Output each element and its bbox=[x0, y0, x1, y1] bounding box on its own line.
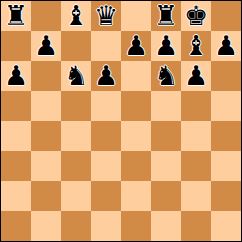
black-rook-a8[interactable]: ♜ bbox=[4, 1, 28, 31]
black-pawn-d6[interactable]: ♟ bbox=[94, 61, 118, 91]
square-c1[interactable] bbox=[61, 211, 91, 241]
black-pawn-e7[interactable]: ♟ bbox=[124, 31, 148, 61]
square-b6[interactable] bbox=[31, 61, 61, 91]
black-knight-f6[interactable]: ♞ bbox=[154, 61, 178, 91]
square-h7[interactable]: ♟ bbox=[211, 31, 241, 61]
square-e8[interactable] bbox=[121, 1, 151, 31]
square-g2[interactable] bbox=[181, 181, 211, 211]
square-b8[interactable] bbox=[31, 1, 61, 31]
square-e5[interactable] bbox=[121, 91, 151, 121]
square-e1[interactable] bbox=[121, 211, 151, 241]
square-g3[interactable] bbox=[181, 151, 211, 181]
square-f5[interactable] bbox=[151, 91, 181, 121]
square-h3[interactable] bbox=[211, 151, 241, 181]
square-c4[interactable] bbox=[61, 121, 91, 151]
square-a3[interactable] bbox=[1, 151, 31, 181]
square-h6[interactable] bbox=[211, 61, 241, 91]
square-g7[interactable]: ♝ bbox=[181, 31, 211, 61]
square-a5[interactable] bbox=[1, 91, 31, 121]
square-a4[interactable] bbox=[1, 121, 31, 151]
square-a8[interactable]: ♜ bbox=[1, 1, 31, 31]
square-g8[interactable]: ♚ bbox=[181, 1, 211, 31]
square-c7[interactable] bbox=[61, 31, 91, 61]
square-f7[interactable]: ♟ bbox=[151, 31, 181, 61]
chess-board-frame: ♜♝♛♜♚♟♟♟♝♟♟♞♟♞♟ bbox=[0, 0, 242, 242]
black-bishop-c8[interactable]: ♝ bbox=[64, 1, 88, 31]
square-h1[interactable] bbox=[211, 211, 241, 241]
square-e2[interactable] bbox=[121, 181, 151, 211]
square-b2[interactable] bbox=[31, 181, 61, 211]
square-d1[interactable] bbox=[91, 211, 121, 241]
square-e3[interactable] bbox=[121, 151, 151, 181]
black-knight-c6[interactable]: ♞ bbox=[64, 61, 88, 91]
square-g5[interactable] bbox=[181, 91, 211, 121]
square-d4[interactable] bbox=[91, 121, 121, 151]
square-a1[interactable] bbox=[1, 211, 31, 241]
square-c2[interactable] bbox=[61, 181, 91, 211]
square-d5[interactable] bbox=[91, 91, 121, 121]
square-b4[interactable] bbox=[31, 121, 61, 151]
square-f1[interactable] bbox=[151, 211, 181, 241]
square-d3[interactable] bbox=[91, 151, 121, 181]
square-c6[interactable]: ♞ bbox=[61, 61, 91, 91]
square-c5[interactable] bbox=[61, 91, 91, 121]
square-b3[interactable] bbox=[31, 151, 61, 181]
square-e4[interactable] bbox=[121, 121, 151, 151]
square-h8[interactable] bbox=[211, 1, 241, 31]
square-d8[interactable]: ♛ bbox=[91, 1, 121, 31]
square-f2[interactable] bbox=[151, 181, 181, 211]
square-e6[interactable] bbox=[121, 61, 151, 91]
square-f8[interactable]: ♜ bbox=[151, 1, 181, 31]
square-c8[interactable]: ♝ bbox=[61, 1, 91, 31]
square-d6[interactable]: ♟ bbox=[91, 61, 121, 91]
square-f6[interactable]: ♞ bbox=[151, 61, 181, 91]
square-b5[interactable] bbox=[31, 91, 61, 121]
square-a2[interactable] bbox=[1, 181, 31, 211]
square-h2[interactable] bbox=[211, 181, 241, 211]
black-bishop-g7[interactable]: ♝ bbox=[184, 31, 208, 61]
black-queen-d8[interactable]: ♛ bbox=[94, 1, 118, 31]
black-pawn-b7[interactable]: ♟ bbox=[34, 31, 58, 61]
square-e7[interactable]: ♟ bbox=[121, 31, 151, 61]
square-g4[interactable] bbox=[181, 121, 211, 151]
square-d2[interactable] bbox=[91, 181, 121, 211]
black-pawn-f7[interactable]: ♟ bbox=[154, 31, 178, 61]
square-a6[interactable]: ♟ bbox=[1, 61, 31, 91]
square-f3[interactable] bbox=[151, 151, 181, 181]
black-pawn-g6[interactable]: ♟ bbox=[184, 61, 208, 91]
black-pawn-a6[interactable]: ♟ bbox=[4, 61, 28, 91]
square-f4[interactable] bbox=[151, 121, 181, 151]
square-g6[interactable]: ♟ bbox=[181, 61, 211, 91]
square-d7[interactable] bbox=[91, 31, 121, 61]
square-b1[interactable] bbox=[31, 211, 61, 241]
black-rook-f8[interactable]: ♜ bbox=[154, 1, 178, 31]
black-pawn-h7[interactable]: ♟ bbox=[214, 31, 238, 61]
square-c3[interactable] bbox=[61, 151, 91, 181]
square-h5[interactable] bbox=[211, 91, 241, 121]
square-h4[interactable] bbox=[211, 121, 241, 151]
black-king-g8[interactable]: ♚ bbox=[184, 1, 208, 31]
square-a7[interactable] bbox=[1, 31, 31, 61]
square-b7[interactable]: ♟ bbox=[31, 31, 61, 61]
square-g1[interactable] bbox=[181, 211, 211, 241]
chess-board: ♜♝♛♜♚♟♟♟♝♟♟♞♟♞♟ bbox=[1, 1, 241, 241]
